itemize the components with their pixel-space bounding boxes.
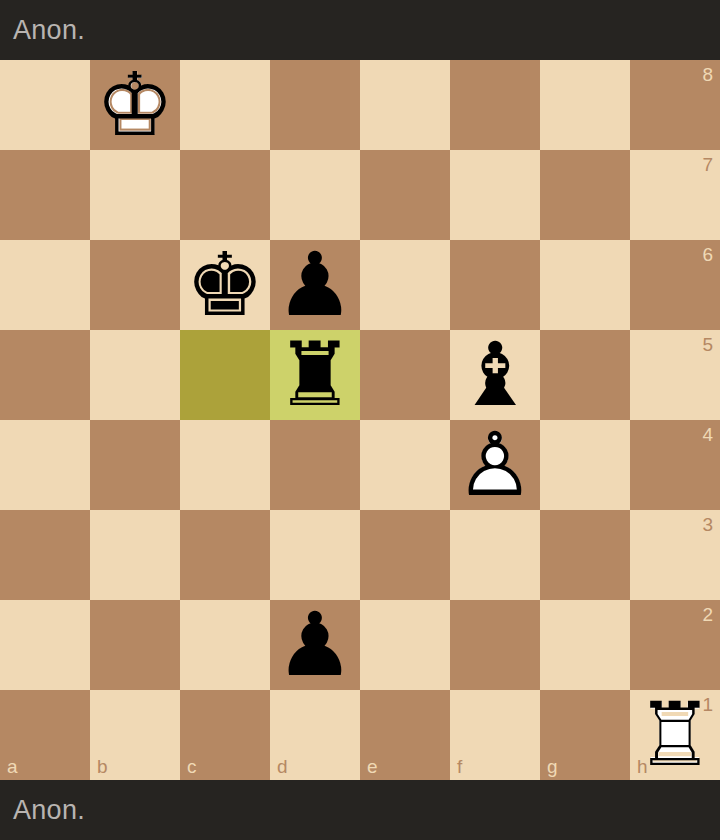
file-label-g: g <box>547 757 558 776</box>
square-e7[interactable] <box>360 150 450 240</box>
file-label-a: a <box>7 757 18 776</box>
rank-label-7: 7 <box>702 155 713 174</box>
square-g1[interactable]: g <box>540 690 630 780</box>
square-e4[interactable] <box>360 420 450 510</box>
black-rook-glyph: ♜ <box>270 330 360 420</box>
square-b7[interactable] <box>90 150 180 240</box>
square-e1[interactable]: e <box>360 690 450 780</box>
file-label-f: f <box>457 757 462 776</box>
rank-label-4: 4 <box>702 425 713 444</box>
square-c2[interactable] <box>180 600 270 690</box>
top-player-name: Anon. <box>13 15 85 46</box>
square-a7[interactable] <box>0 150 90 240</box>
square-f7[interactable] <box>450 150 540 240</box>
square-d2[interactable]: ♟ <box>270 600 360 690</box>
piece-black-king[interactable]: ♚ <box>180 240 270 330</box>
square-c6[interactable]: ♚ <box>180 240 270 330</box>
white-rook-outline: ♖ <box>630 690 720 780</box>
piece-black-pawn[interactable]: ♟ <box>270 240 360 330</box>
square-f5[interactable]: ♝ <box>450 330 540 420</box>
piece-black-rook[interactable]: ♜ <box>270 330 360 420</box>
bottom-player-name: Anon. <box>13 795 85 826</box>
square-h1[interactable]: h1♜♖ <box>630 690 720 780</box>
rank-label-3: 3 <box>702 515 713 534</box>
black-pawn-glyph: ♟ <box>270 600 360 690</box>
square-b6[interactable] <box>90 240 180 330</box>
rank-label-2: 2 <box>702 605 713 624</box>
square-f6[interactable] <box>450 240 540 330</box>
piece-white-pawn[interactable]: ♟♙ <box>450 420 540 510</box>
chess-board: ♚♔87♚♟6♜♝5♟♙43♟2abcdefgh1♜♖ <box>0 60 720 780</box>
rank-label-6: 6 <box>702 245 713 264</box>
square-g8[interactable] <box>540 60 630 150</box>
square-h8[interactable]: 8 <box>630 60 720 150</box>
square-h6[interactable]: 6 <box>630 240 720 330</box>
square-h4[interactable]: 4 <box>630 420 720 510</box>
square-f1[interactable]: f <box>450 690 540 780</box>
square-c5[interactable] <box>180 330 270 420</box>
square-d5[interactable]: ♜ <box>270 330 360 420</box>
square-b2[interactable] <box>90 600 180 690</box>
piece-black-pawn[interactable]: ♟ <box>270 600 360 690</box>
top-player-bar: Anon. <box>0 0 720 60</box>
piece-white-king[interactable]: ♚♔ <box>90 60 180 150</box>
square-b8[interactable]: ♚♔ <box>90 60 180 150</box>
square-a1[interactable]: a <box>0 690 90 780</box>
white-rook-fill: ♜ <box>631 691 718 778</box>
piece-white-rook[interactable]: ♜♖ <box>630 690 720 780</box>
file-label-b: b <box>97 757 108 776</box>
square-b4[interactable] <box>90 420 180 510</box>
square-c7[interactable] <box>180 150 270 240</box>
square-g4[interactable] <box>540 420 630 510</box>
square-a2[interactable] <box>0 600 90 690</box>
square-d1[interactable]: d <box>270 690 360 780</box>
square-a8[interactable] <box>0 60 90 150</box>
square-h5[interactable]: 5 <box>630 330 720 420</box>
square-e6[interactable] <box>360 240 450 330</box>
square-g7[interactable] <box>540 150 630 240</box>
square-h3[interactable]: 3 <box>630 510 720 600</box>
square-g3[interactable] <box>540 510 630 600</box>
square-f8[interactable] <box>450 60 540 150</box>
square-d6[interactable]: ♟ <box>270 240 360 330</box>
square-g5[interactable] <box>540 330 630 420</box>
square-f3[interactable] <box>450 510 540 600</box>
square-d3[interactable] <box>270 510 360 600</box>
square-e2[interactable] <box>360 600 450 690</box>
black-king-glyph: ♚ <box>180 240 270 330</box>
square-g2[interactable] <box>540 600 630 690</box>
square-d4[interactable] <box>270 420 360 510</box>
white-pawn-fill: ♟ <box>451 421 538 508</box>
square-h7[interactable]: 7 <box>630 150 720 240</box>
rank-label-5: 5 <box>702 335 713 354</box>
square-e8[interactable] <box>360 60 450 150</box>
square-e3[interactable] <box>360 510 450 600</box>
square-d7[interactable] <box>270 150 360 240</box>
bottom-player-bar: Anon. <box>0 780 720 840</box>
black-bishop-glyph: ♝ <box>450 330 540 420</box>
square-b5[interactable] <box>90 330 180 420</box>
black-pawn-glyph: ♟ <box>270 240 360 330</box>
square-g6[interactable] <box>540 240 630 330</box>
square-c1[interactable]: c <box>180 690 270 780</box>
square-c4[interactable] <box>180 420 270 510</box>
square-d8[interactable] <box>270 60 360 150</box>
square-a4[interactable] <box>0 420 90 510</box>
square-b3[interactable] <box>90 510 180 600</box>
white-king-outline: ♔ <box>90 60 180 150</box>
square-e5[interactable] <box>360 330 450 420</box>
white-pawn-outline: ♙ <box>450 420 540 510</box>
file-label-e: e <box>367 757 378 776</box>
piece-black-bishop[interactable]: ♝ <box>450 330 540 420</box>
square-c3[interactable] <box>180 510 270 600</box>
square-b1[interactable]: b <box>90 690 180 780</box>
square-a6[interactable] <box>0 240 90 330</box>
square-h2[interactable]: 2 <box>630 600 720 690</box>
white-king-fill: ♚ <box>91 61 178 148</box>
rank-label-8: 8 <box>702 65 713 84</box>
square-a5[interactable] <box>0 330 90 420</box>
square-a3[interactable] <box>0 510 90 600</box>
square-f4[interactable]: ♟♙ <box>450 420 540 510</box>
square-f2[interactable] <box>450 600 540 690</box>
file-label-d: d <box>277 757 288 776</box>
file-label-c: c <box>187 757 197 776</box>
square-c8[interactable] <box>180 60 270 150</box>
